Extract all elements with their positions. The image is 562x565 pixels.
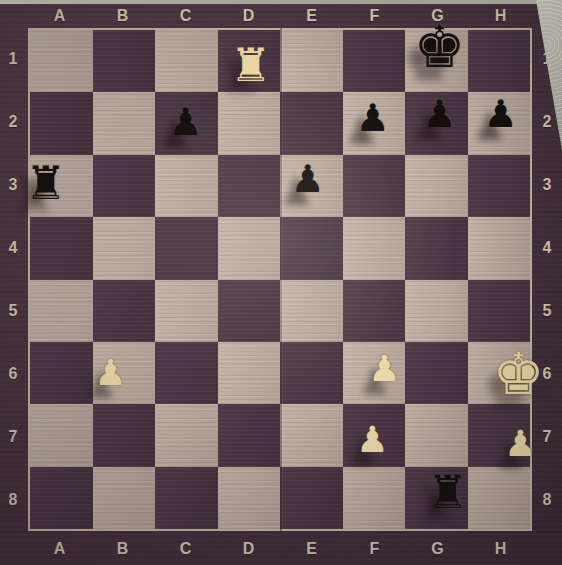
square-H3[interactable] [468,155,531,217]
rank-label-left-3: 3 [9,177,18,193]
square-B4[interactable] [93,217,156,279]
piece-black-pawn-g2[interactable]: ♟ [422,96,456,134]
square-E1[interactable] [280,30,343,92]
board-fold-seam [280,28,282,531]
file-label-bottom-F: F [370,541,380,557]
square-D2[interactable] [218,92,281,154]
piece-black-pawn-f2[interactable]: ♟ [355,100,389,138]
square-A8[interactable] [30,467,93,529]
square-D8[interactable] [218,467,281,529]
rank-label-right-8: 8 [543,492,552,508]
piece-white-rook-d1[interactable]: ♜ [230,43,271,89]
rank-label-left-1: 1 [9,51,18,67]
square-G6[interactable] [405,342,468,404]
square-C3[interactable] [155,155,218,217]
piece-white-pawn-h7[interactable]: ♟ [504,425,536,461]
square-F4[interactable] [343,217,406,279]
square-H4[interactable] [468,217,531,279]
rank-label-left-7: 7 [9,429,18,445]
file-label-top-C: C [180,8,192,24]
file-label-bottom-G: G [431,541,443,557]
file-label-bottom-E: E [306,541,317,557]
piece-white-king-h6[interactable]: ♚ [493,344,545,402]
square-B5[interactable] [93,280,156,342]
square-B2[interactable] [93,92,156,154]
square-D3[interactable] [218,155,281,217]
square-G4[interactable] [405,217,468,279]
file-label-bottom-C: C [180,541,192,557]
square-H8[interactable] [468,467,531,529]
piece-black-rook-g8[interactable]: ♜ [427,469,468,515]
piece-black-pawn-h2[interactable]: ♟ [483,96,517,134]
square-B1[interactable] [93,30,156,92]
rank-label-left-8: 8 [9,492,18,508]
square-G3[interactable] [405,155,468,217]
square-F3[interactable] [343,155,406,217]
carpet-edge-top [0,0,562,4]
square-A2[interactable] [30,92,93,154]
square-G5[interactable] [405,280,468,342]
square-E8[interactable] [280,467,343,529]
square-B7[interactable] [93,404,156,466]
square-C4[interactable] [155,217,218,279]
square-C7[interactable] [155,404,218,466]
square-B3[interactable] [93,155,156,217]
piece-white-pawn-f6[interactable]: ♟ [368,350,400,386]
square-D5[interactable] [218,280,281,342]
square-E2[interactable] [280,92,343,154]
square-A7[interactable] [30,404,93,466]
piece-white-pawn-b6[interactable]: ♟ [94,354,126,390]
square-F1[interactable] [343,30,406,92]
square-C5[interactable] [155,280,218,342]
piece-black-king-g1[interactable]: ♚ [414,18,466,76]
square-C1[interactable] [155,30,218,92]
square-F8[interactable] [343,467,406,529]
rank-label-left-6: 6 [9,366,18,382]
square-D4[interactable] [218,217,281,279]
square-E4[interactable] [280,217,343,279]
square-F5[interactable] [343,280,406,342]
square-E7[interactable] [280,404,343,466]
square-H5[interactable] [468,280,531,342]
square-D7[interactable] [218,404,281,466]
rank-label-right-3: 3 [543,177,552,193]
file-label-bottom-H: H [495,541,507,557]
rank-label-left-5: 5 [9,303,18,319]
file-label-top-B: B [117,8,129,24]
file-label-bottom-B: B [117,541,129,557]
square-D6[interactable] [218,342,281,404]
piece-black-pawn-c2[interactable]: ♟ [168,104,202,142]
rank-label-right-5: 5 [543,303,552,319]
square-C8[interactable] [155,467,218,529]
piece-black-pawn-e3[interactable]: ♟ [290,161,324,199]
file-label-top-E: E [306,8,317,24]
rank-label-left-2: 2 [9,114,18,130]
rank-label-left-4: 4 [9,240,18,256]
file-label-bottom-A: A [54,541,66,557]
file-label-top-F: F [370,8,380,24]
rank-label-right-2: 2 [543,114,552,130]
file-label-top-H: H [495,8,507,24]
square-A1[interactable] [30,30,93,92]
rank-label-right-4: 4 [543,240,552,256]
square-C6[interactable] [155,342,218,404]
square-A6[interactable] [30,342,93,404]
piece-black-rook-a3[interactable]: ♜ [25,160,66,206]
chess-board: ABCDEFGHABCDEFGH1234567812345678 ♜♚♟♟♟♟♜… [0,4,562,565]
square-E5[interactable] [280,280,343,342]
square-E6[interactable] [280,342,343,404]
square-H1[interactable] [468,30,531,92]
piece-white-pawn-f7[interactable]: ♟ [356,421,388,457]
file-label-top-A: A [54,8,66,24]
file-label-bottom-D: D [243,541,255,557]
square-A4[interactable] [30,217,93,279]
rank-label-right-7: 7 [543,429,552,445]
file-label-top-D: D [243,8,255,24]
square-B8[interactable] [93,467,156,529]
square-G7[interactable] [405,404,468,466]
square-A5[interactable] [30,280,93,342]
